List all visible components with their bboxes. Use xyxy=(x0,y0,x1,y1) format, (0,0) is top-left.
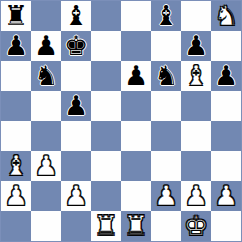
square-h5[interactable] xyxy=(211,91,241,121)
square-e5[interactable] xyxy=(121,91,151,121)
square-h2[interactable]: ♟ xyxy=(211,181,241,211)
square-e6[interactable]: ♟ xyxy=(121,61,151,91)
square-c2[interactable]: ♟ xyxy=(61,181,91,211)
square-g2[interactable]: ♟ xyxy=(181,181,211,211)
square-h6[interactable]: ♟ xyxy=(211,61,241,91)
square-c7[interactable]: ♚ xyxy=(61,31,91,61)
square-d7[interactable] xyxy=(91,31,121,61)
square-e1[interactable]: ♜ xyxy=(121,211,151,241)
piece-white-pawn: ♟ xyxy=(64,181,88,211)
square-g7[interactable]: ♟ xyxy=(181,31,211,61)
square-f4[interactable] xyxy=(151,121,181,151)
square-a8[interactable]: ♜ xyxy=(1,1,31,31)
square-d5[interactable] xyxy=(91,91,121,121)
square-d8[interactable] xyxy=(91,1,121,31)
square-a6[interactable] xyxy=(1,61,31,91)
square-b2[interactable] xyxy=(31,181,61,211)
square-c4[interactable] xyxy=(61,121,91,151)
square-h7[interactable] xyxy=(211,31,241,61)
square-b3[interactable]: ♟ xyxy=(31,151,61,181)
square-f8[interactable]: ♝ xyxy=(151,1,181,31)
square-g8[interactable] xyxy=(181,1,211,31)
square-a1[interactable] xyxy=(1,211,31,241)
square-d1[interactable]: ♜ xyxy=(91,211,121,241)
square-d2[interactable] xyxy=(91,181,121,211)
square-e4[interactable] xyxy=(121,121,151,151)
piece-black-knight: ♞ xyxy=(154,61,178,91)
piece-white-pawn: ♟ xyxy=(34,151,58,181)
square-d4[interactable] xyxy=(91,121,121,151)
piece-black-bishop: ♝ xyxy=(64,1,88,31)
square-f5[interactable] xyxy=(151,91,181,121)
piece-white-pawn: ♟ xyxy=(184,181,208,211)
square-e2[interactable] xyxy=(121,181,151,211)
piece-black-pawn: ♟ xyxy=(34,31,58,61)
square-b5[interactable] xyxy=(31,91,61,121)
square-f1[interactable] xyxy=(151,211,181,241)
piece-white-knight: ♞ xyxy=(214,1,238,31)
piece-white-pawn: ♟ xyxy=(154,181,178,211)
square-d6[interactable] xyxy=(91,61,121,91)
square-e8[interactable] xyxy=(121,1,151,31)
square-b1[interactable] xyxy=(31,211,61,241)
piece-black-pawn: ♟ xyxy=(184,31,208,61)
square-c8[interactable]: ♝ xyxy=(61,1,91,31)
square-f3[interactable] xyxy=(151,151,181,181)
square-h1[interactable] xyxy=(211,211,241,241)
piece-white-pawn: ♟ xyxy=(214,181,238,211)
square-a4[interactable] xyxy=(1,121,31,151)
piece-black-knight: ♞ xyxy=(34,61,58,91)
square-c3[interactable] xyxy=(61,151,91,181)
square-e7[interactable] xyxy=(121,31,151,61)
square-c6[interactable] xyxy=(61,61,91,91)
square-h4[interactable] xyxy=(211,121,241,151)
piece-black-king: ♚ xyxy=(64,31,88,61)
square-a3[interactable]: ♝ xyxy=(1,151,31,181)
piece-black-pawn: ♟ xyxy=(64,91,88,121)
square-a2[interactable]: ♟ xyxy=(1,181,31,211)
piece-black-pawn: ♟ xyxy=(4,31,28,61)
square-d3[interactable] xyxy=(91,151,121,181)
square-c1[interactable] xyxy=(61,211,91,241)
piece-black-pawn: ♟ xyxy=(124,61,148,91)
square-h3[interactable] xyxy=(211,151,241,181)
square-e3[interactable] xyxy=(121,151,151,181)
square-g3[interactable] xyxy=(181,151,211,181)
square-a5[interactable] xyxy=(1,91,31,121)
piece-black-bishop: ♝ xyxy=(154,1,178,31)
square-c5[interactable]: ♟ xyxy=(61,91,91,121)
square-g1[interactable]: ♚ xyxy=(181,211,211,241)
piece-white-rook: ♜ xyxy=(94,211,118,241)
piece-white-rook: ♜ xyxy=(124,211,148,241)
square-b6[interactable]: ♞ xyxy=(31,61,61,91)
piece-white-pawn: ♟ xyxy=(4,181,28,211)
square-b7[interactable]: ♟ xyxy=(31,31,61,61)
square-g5[interactable] xyxy=(181,91,211,121)
piece-white-bishop: ♝ xyxy=(184,61,208,91)
piece-black-rook: ♜ xyxy=(4,1,28,31)
piece-white-king: ♚ xyxy=(184,211,208,241)
piece-white-bishop: ♝ xyxy=(4,151,28,181)
square-g4[interactable] xyxy=(181,121,211,151)
square-a7[interactable]: ♟ xyxy=(1,31,31,61)
square-g6[interactable]: ♝ xyxy=(181,61,211,91)
square-f7[interactable] xyxy=(151,31,181,61)
chess-board: ♜♝♝♞♟♟♚♟♞♟♞♝♟♟♝♟♟♟♟♟♟♜♜♚ xyxy=(0,0,242,242)
square-b4[interactable] xyxy=(31,121,61,151)
piece-black-pawn: ♟ xyxy=(214,61,238,91)
square-f2[interactable]: ♟ xyxy=(151,181,181,211)
square-h8[interactable]: ♞ xyxy=(211,1,241,31)
square-f6[interactable]: ♞ xyxy=(151,61,181,91)
square-b8[interactable] xyxy=(31,1,61,31)
